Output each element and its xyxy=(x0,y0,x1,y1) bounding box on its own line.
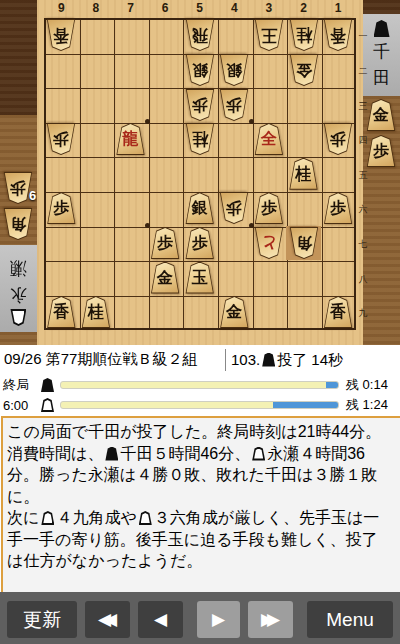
piece-glyph: 桂 xyxy=(289,166,319,182)
comment-line: 次に４九角成や３六角成が厳しく、先手玉は一 xyxy=(7,507,400,529)
update-button[interactable]: 更新 xyxy=(7,601,77,638)
piece-glyph: 歩 xyxy=(254,200,284,216)
board-piece-19[interactable]: 香 xyxy=(323,296,353,328)
sente-nameplate: 千田 xyxy=(363,14,400,96)
board-piece-74[interactable]: 龍 xyxy=(116,123,146,155)
board-piece-49[interactable]: 金 xyxy=(219,296,249,328)
piece-glyph: 桂 xyxy=(185,131,215,147)
piece-glyph: 飛 xyxy=(185,27,215,43)
sente-hand-金[interactable]: 金 xyxy=(366,99,396,131)
gote-nameplate: 永瀬 xyxy=(0,245,37,332)
gote-clock-row: 6:00 残 1:24 xyxy=(0,395,400,415)
piece-glyph: 香 xyxy=(323,27,353,43)
piece-glyph: 桂 xyxy=(81,304,111,320)
rewind-button[interactable]: ◀◀ xyxy=(85,601,130,638)
piece-glyph: 歩 xyxy=(219,200,249,216)
file-label: 9 xyxy=(44,1,79,16)
sente-name-column: 千田 xyxy=(363,14,400,96)
piece-glyph: 歩 xyxy=(323,200,353,216)
commentary-box: この局面で千田が投了した。終局時刻は21時44分。消費時間は、千田５時間46分、… xyxy=(1,416,400,598)
board-piece-22[interactable]: 金 xyxy=(289,54,319,86)
piece-glyph: と xyxy=(254,235,284,251)
menu-button[interactable]: Menu xyxy=(307,601,393,638)
board-piece-58[interactable]: 玉 xyxy=(185,262,215,294)
event-title: 09/26 第77期順位戦Ｂ級２組 xyxy=(0,350,225,369)
gote-piece-icon xyxy=(41,398,54,412)
piece-glyph: 香 xyxy=(323,304,353,320)
sente-name-char: 千 xyxy=(373,40,390,63)
gote-captured-tray[interactable]: 歩6角 xyxy=(0,115,37,245)
piece-glyph: 歩 xyxy=(150,235,180,251)
file-label: 5 xyxy=(182,1,217,16)
rank-label: 六 xyxy=(358,203,368,216)
board-piece-68[interactable]: 金 xyxy=(150,262,180,294)
fwd-arrow-icon: ▶ xyxy=(212,611,225,628)
comment-line: 消費時間は、千田５時間46分、永瀬４時間36 xyxy=(7,443,400,465)
gote-hand-角[interactable]: 角 xyxy=(3,208,33,240)
board-piece-53[interactable]: 歩 xyxy=(185,89,215,121)
piece-glyph: 金 xyxy=(366,107,396,123)
rank-label: 一 xyxy=(358,30,368,43)
sente-remaining-time: 残 0:14 xyxy=(346,376,400,394)
piece-glyph: 角 xyxy=(3,216,33,232)
back-button[interactable]: ◀ xyxy=(138,601,183,638)
rank-label: 二 xyxy=(358,65,368,78)
back-arrow-icon: ◀ xyxy=(154,611,167,628)
board-piece-56[interactable]: 銀 xyxy=(185,192,215,224)
board-piece-91[interactable]: 香 xyxy=(46,19,76,51)
file-label: 1 xyxy=(321,1,356,16)
sente-clock-label: 終局 xyxy=(0,376,39,394)
board-piece-54[interactable]: 桂 xyxy=(185,123,215,155)
piece-glyph: 香 xyxy=(46,304,76,320)
navigation-bar: 更新◀◀◀▶▶▶Menu xyxy=(0,592,400,644)
rank-label: 九 xyxy=(358,307,368,320)
right-wood-strip-top xyxy=(363,0,400,14)
sente-piece-icon xyxy=(41,378,54,392)
ff-arrow-icon: ▶ xyxy=(267,611,280,628)
left-wood-strip-top xyxy=(0,0,37,115)
sente-captured-tray[interactable]: 金歩 xyxy=(363,96,400,345)
piece-glyph: 香 xyxy=(46,27,76,43)
piece-glyph: 歩 xyxy=(185,235,215,251)
rew-arrow-icon: ◀ xyxy=(104,611,117,628)
board-piece-94[interactable]: 歩 xyxy=(46,123,76,155)
gote-remaining-time: 残 1:24 xyxy=(346,396,400,414)
board-piece-57[interactable]: 歩 xyxy=(185,227,215,259)
gote-name-char: 永 xyxy=(10,283,27,306)
piece-glyph: 金 xyxy=(219,304,249,320)
gote-piece-icon xyxy=(139,511,152,525)
shogi-app: { "game": "shogi", "event": { "date": "0… xyxy=(0,0,400,644)
forward-button[interactable]: ▶ xyxy=(197,601,240,638)
comment-line: 分。勝った永瀬は４勝０敗、敗れた千田は３勝１敗 xyxy=(7,464,400,486)
fast-forward-button[interactable]: ▶▶ xyxy=(248,601,293,638)
piece-glyph: 銀 xyxy=(185,200,215,216)
piece-glyph: 歩 xyxy=(185,97,215,113)
comment-line: は仕方がなかったようだ。 xyxy=(7,550,400,572)
board-piece-31[interactable]: 王 xyxy=(254,19,284,51)
board-piece-27[interactable]: 角 xyxy=(289,227,319,259)
piece-glyph: 桂 xyxy=(289,27,319,43)
piece-glyph: 全 xyxy=(254,131,284,147)
board-piece-51[interactable]: 飛 xyxy=(185,19,215,51)
sente-clock-row: 終局 残 0:14 xyxy=(0,375,400,395)
file-label: 7 xyxy=(113,1,148,16)
board-piece-96[interactable]: 歩 xyxy=(46,192,76,224)
gote-time-bar xyxy=(60,401,339,409)
rank-label: 四 xyxy=(358,134,368,147)
board-piece-21[interactable]: 桂 xyxy=(289,19,319,51)
board-piece-34[interactable]: 全 xyxy=(254,123,284,155)
board-piece-11[interactable]: 香 xyxy=(323,19,353,51)
piece-glyph: 歩 xyxy=(323,131,353,147)
gote-piece-icon xyxy=(41,511,54,525)
file-label: 2 xyxy=(286,1,321,16)
gote-name-column: 永瀬 xyxy=(0,245,37,332)
sente-time-bar xyxy=(60,381,339,389)
piece-glyph: 歩 xyxy=(46,200,76,216)
left-wood-strip-bottom xyxy=(0,332,37,345)
board-piece-46[interactable]: 歩 xyxy=(219,192,249,224)
gote-piece-icon xyxy=(11,309,27,326)
file-label: 8 xyxy=(79,1,114,16)
board-piece-43[interactable]: 歩 xyxy=(219,89,249,121)
comment-line: 手一手の寄り筋。後手玉に迫る手段も難しく、投了 xyxy=(7,529,400,551)
sente-name-char: 田 xyxy=(373,66,390,89)
shogi-board[interactable]: 987654321一二三四五六七八九香飛王桂香銀銀金歩歩歩龍桂全歩桂歩銀歩歩歩歩… xyxy=(37,0,363,345)
sente-piece-icon xyxy=(105,447,118,461)
board-piece-42[interactable]: 銀 xyxy=(219,54,249,86)
piece-glyph: 金 xyxy=(150,270,180,286)
move-info: 103.投了 14秒 xyxy=(225,349,400,371)
rank-label: 五 xyxy=(358,169,368,182)
piece-glyph: 歩 xyxy=(219,97,249,113)
board-piece-52[interactable]: 銀 xyxy=(185,54,215,86)
piece-glyph: 銀 xyxy=(185,62,215,78)
piece-glyph: 銀 xyxy=(219,62,249,78)
comment-line: に。 xyxy=(7,486,400,508)
board-piece-67[interactable]: 歩 xyxy=(150,227,180,259)
sente-piece-icon xyxy=(374,20,390,37)
file-label: 4 xyxy=(217,1,252,16)
comment-line: この局面で千田が投了した。終局時刻は21時44分。 xyxy=(7,421,400,443)
gote-clock-label: 6:00 xyxy=(0,398,39,413)
rank-label: 三 xyxy=(358,100,368,113)
piece-glyph: 歩 xyxy=(46,131,76,147)
gote-hand-count: 6 xyxy=(29,188,36,203)
piece-glyph: 玉 xyxy=(185,270,215,286)
rank-label: 七 xyxy=(358,238,368,251)
rank-label: 八 xyxy=(358,273,368,286)
piece-glyph: 龍 xyxy=(116,131,146,147)
gote-name-char: 瀬 xyxy=(10,257,27,280)
board-piece-14[interactable]: 歩 xyxy=(323,123,353,155)
sente-hand-歩[interactable]: 歩 xyxy=(366,135,396,167)
status-bar: 09/26 第77期順位戦Ｂ級２組 103.投了 14秒 xyxy=(0,345,400,374)
sente-piece-icon xyxy=(262,353,275,367)
file-label: 3 xyxy=(252,1,287,16)
board-piece-36[interactable]: 歩 xyxy=(254,192,284,224)
gote-piece-icon xyxy=(252,447,265,461)
board-piece-99[interactable]: 香 xyxy=(46,296,76,328)
board-piece-25[interactable]: 桂 xyxy=(289,158,319,190)
board-piece-16[interactable]: 歩 xyxy=(323,192,353,224)
piece-glyph: 金 xyxy=(289,62,319,78)
board-piece-37[interactable]: と xyxy=(254,227,284,259)
piece-glyph: 角 xyxy=(289,235,319,251)
file-label: 6 xyxy=(148,1,183,16)
piece-glyph: 王 xyxy=(254,27,284,43)
board-piece-89[interactable]: 桂 xyxy=(81,296,111,328)
piece-glyph: 歩 xyxy=(366,143,396,159)
